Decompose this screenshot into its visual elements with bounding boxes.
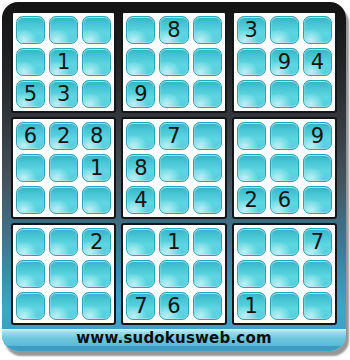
cell-r4c9[interactable]: 9	[303, 122, 332, 150]
cell-r7c2[interactable]	[49, 228, 78, 256]
cell-r2c3[interactable]	[82, 48, 111, 76]
box-9: 71	[232, 223, 337, 325]
cell-r2c8[interactable]: 9	[270, 48, 299, 76]
cell-r1c7[interactable]: 3	[237, 16, 266, 44]
box-5: 784	[121, 117, 226, 219]
cell-r3c5[interactable]	[159, 80, 188, 108]
cell-r8c5[interactable]	[159, 260, 188, 288]
cell-r2c7[interactable]	[237, 48, 266, 76]
cell-r9c3[interactable]	[82, 292, 111, 320]
cell-r3c4[interactable]: 9	[126, 80, 155, 108]
cell-r9c8[interactable]	[270, 292, 299, 320]
cell-r7c1[interactable]	[16, 228, 45, 256]
sudoku-widget: 153893946281784926217671 www.sudokusweb.…	[2, 2, 346, 351]
cell-r3c2[interactable]: 3	[49, 80, 78, 108]
cell-r9c4[interactable]: 7	[126, 292, 155, 320]
cell-r1c9[interactable]	[303, 16, 332, 44]
cell-r6c4[interactable]: 4	[126, 186, 155, 214]
cell-r9c6[interactable]	[193, 292, 222, 320]
box-4: 6281	[11, 117, 116, 219]
cell-r7c9[interactable]: 7	[303, 228, 332, 256]
cell-r7c8[interactable]	[270, 228, 299, 256]
cell-r9c5[interactable]: 6	[159, 292, 188, 320]
cell-r1c8[interactable]	[270, 16, 299, 44]
cell-r7c3[interactable]: 2	[82, 228, 111, 256]
cell-r9c1[interactable]	[16, 292, 45, 320]
cell-r5c6[interactable]	[193, 154, 222, 182]
cell-r6c3[interactable]	[82, 186, 111, 214]
cell-r1c2[interactable]	[49, 16, 78, 44]
cell-r5c5[interactable]	[159, 154, 188, 182]
cell-r8c1[interactable]	[16, 260, 45, 288]
cell-r1c4[interactable]	[126, 16, 155, 44]
cell-r3c8[interactable]	[270, 80, 299, 108]
cell-r7c4[interactable]	[126, 228, 155, 256]
page: 153893946281784926217671 www.sudokusweb.…	[0, 0, 350, 360]
cell-r8c2[interactable]	[49, 260, 78, 288]
cell-r6c6[interactable]	[193, 186, 222, 214]
cell-r7c7[interactable]	[237, 228, 266, 256]
cell-r1c1[interactable]	[16, 16, 45, 44]
cell-r5c7[interactable]	[237, 154, 266, 182]
cell-r5c8[interactable]	[270, 154, 299, 182]
cell-r2c5[interactable]	[159, 48, 188, 76]
cell-r8c7[interactable]	[237, 260, 266, 288]
cell-r6c2[interactable]	[49, 186, 78, 214]
cell-r4c3[interactable]: 8	[82, 122, 111, 150]
cell-r9c2[interactable]	[49, 292, 78, 320]
cell-r6c5[interactable]	[159, 186, 188, 214]
cell-r8c6[interactable]	[193, 260, 222, 288]
box-3: 394	[232, 11, 337, 113]
cell-r1c6[interactable]	[193, 16, 222, 44]
cell-r8c4[interactable]	[126, 260, 155, 288]
cell-r3c9[interactable]	[303, 80, 332, 108]
cell-r6c8[interactable]: 6	[270, 186, 299, 214]
cell-r3c3[interactable]	[82, 80, 111, 108]
cell-r3c6[interactable]	[193, 80, 222, 108]
cell-r6c7[interactable]: 2	[237, 186, 266, 214]
cell-r7c5[interactable]: 1	[159, 228, 188, 256]
cell-r8c8[interactable]	[270, 260, 299, 288]
cell-r4c2[interactable]: 2	[49, 122, 78, 150]
cell-r3c7[interactable]	[237, 80, 266, 108]
box-8: 176	[121, 223, 226, 325]
cell-r6c1[interactable]	[16, 186, 45, 214]
cell-r4c8[interactable]	[270, 122, 299, 150]
cell-r9c7[interactable]: 1	[237, 292, 266, 320]
cell-r2c9[interactable]: 4	[303, 48, 332, 76]
cell-r5c3[interactable]: 1	[82, 154, 111, 182]
cell-r2c4[interactable]	[126, 48, 155, 76]
box-1: 153	[11, 11, 116, 113]
cell-r5c1[interactable]	[16, 154, 45, 182]
cell-r4c6[interactable]	[193, 122, 222, 150]
footer-band: www.sudokusweb.com	[2, 329, 346, 346]
cell-r1c5[interactable]: 8	[159, 16, 188, 44]
cell-r1c3[interactable]	[82, 16, 111, 44]
cell-r4c7[interactable]	[237, 122, 266, 150]
cell-r5c9[interactable]	[303, 154, 332, 182]
cell-r4c5[interactable]: 7	[159, 122, 188, 150]
sudoku-board: 153893946281784926217671	[11, 11, 337, 325]
cell-r4c1[interactable]: 6	[16, 122, 45, 150]
cell-r5c4[interactable]: 8	[126, 154, 155, 182]
cell-r9c9[interactable]	[303, 292, 332, 320]
cell-r8c9[interactable]	[303, 260, 332, 288]
cell-r2c1[interactable]	[16, 48, 45, 76]
cell-r2c6[interactable]	[193, 48, 222, 76]
box-2: 89	[121, 11, 226, 113]
cell-r5c2[interactable]	[49, 154, 78, 182]
cell-r3c1[interactable]: 5	[16, 80, 45, 108]
site-url: www.sudokusweb.com	[76, 329, 271, 347]
cell-r8c3[interactable]	[82, 260, 111, 288]
cell-r6c9[interactable]	[303, 186, 332, 214]
cell-r2c2[interactable]: 1	[49, 48, 78, 76]
box-7: 2	[11, 223, 116, 325]
cell-r4c4[interactable]	[126, 122, 155, 150]
cell-r7c6[interactable]	[193, 228, 222, 256]
box-6: 926	[232, 117, 337, 219]
